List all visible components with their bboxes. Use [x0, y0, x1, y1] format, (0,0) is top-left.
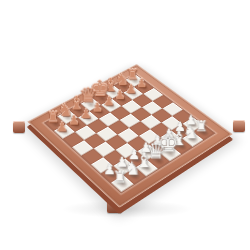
chess-board: ♜♟♟♜♞♟♟♞♝♟♟♝♚♟♟♚♛♟♟♛♝♟♟♝♞♟♟♞♜♟♟♜: [27, 64, 233, 208]
piece-glyph: ♜: [105, 169, 135, 185]
scene-3d: ♜♟♟♜♞♟♟♞♝♟♟♝♚♟♟♚♛♟♟♛♝♟♟♝♞♟♟♞♜♟♟♜: [0, 0, 250, 250]
product-photo: ♜♟♟♜♞♟♟♞♝♟♟♝♚♟♟♚♛♟♟♛♝♟♟♝♞♟♟♞♜♟♟♜: [0, 0, 250, 250]
piece-glyph: ♟: [48, 120, 76, 133]
